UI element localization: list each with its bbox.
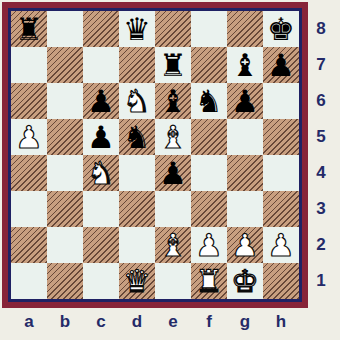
rank-labels: 87654321	[308, 11, 334, 299]
square-c5[interactable]: ♟	[83, 119, 119, 155]
piece-white-king[interactable]: ♚	[227, 263, 263, 299]
square-a7[interactable]	[11, 47, 47, 83]
square-f3[interactable]	[191, 191, 227, 227]
board-outer-frame: ♜♛♚♜♝♟♟♞♝♞♟♟♟♞♝♞♟♝♟♟♟♛♜♚	[2, 2, 308, 308]
square-d7[interactable]	[119, 47, 155, 83]
square-b4[interactable]	[47, 155, 83, 191]
square-e3[interactable]	[155, 191, 191, 227]
square-f6[interactable]: ♞	[191, 83, 227, 119]
square-c1[interactable]	[83, 263, 119, 299]
square-g4[interactable]	[227, 155, 263, 191]
square-e1[interactable]	[155, 263, 191, 299]
square-d2[interactable]	[119, 227, 155, 263]
square-d6[interactable]: ♞	[119, 83, 155, 119]
square-c3[interactable]	[83, 191, 119, 227]
file-label-c: c	[83, 308, 119, 336]
square-c2[interactable]	[83, 227, 119, 263]
square-f5[interactable]	[191, 119, 227, 155]
piece-white-pawn[interactable]: ♟	[263, 227, 299, 263]
piece-white-pawn[interactable]: ♟	[11, 119, 47, 155]
piece-white-pawn[interactable]: ♟	[227, 227, 263, 263]
square-d4[interactable]	[119, 155, 155, 191]
piece-white-bishop[interactable]: ♝	[155, 227, 191, 263]
piece-white-pawn[interactable]: ♟	[191, 227, 227, 263]
square-d3[interactable]	[119, 191, 155, 227]
square-f2[interactable]: ♟	[191, 227, 227, 263]
square-a2[interactable]	[11, 227, 47, 263]
square-f8[interactable]	[191, 11, 227, 47]
rank-label-8: 8	[308, 11, 334, 47]
square-c4[interactable]: ♞	[83, 155, 119, 191]
file-label-e: e	[155, 308, 191, 336]
square-d5[interactable]: ♞	[119, 119, 155, 155]
file-label-h: h	[263, 308, 299, 336]
piece-black-knight[interactable]: ♞	[191, 83, 227, 119]
square-e7[interactable]: ♜	[155, 47, 191, 83]
piece-black-king[interactable]: ♚	[263, 11, 299, 47]
square-g7[interactable]: ♝	[227, 47, 263, 83]
piece-black-pawn[interactable]: ♟	[155, 155, 191, 191]
square-c6[interactable]: ♟	[83, 83, 119, 119]
piece-white-knight[interactable]: ♞	[83, 155, 119, 191]
square-a5[interactable]: ♟	[11, 119, 47, 155]
square-a8[interactable]: ♜	[11, 11, 47, 47]
rank-label-5: 5	[308, 119, 334, 155]
square-b7[interactable]	[47, 47, 83, 83]
rank-label-4: 4	[308, 155, 334, 191]
rank-label-7: 7	[308, 47, 334, 83]
square-g6[interactable]: ♟	[227, 83, 263, 119]
piece-black-rook[interactable]: ♜	[155, 47, 191, 83]
square-d1[interactable]: ♛	[119, 263, 155, 299]
piece-white-bishop[interactable]: ♝	[155, 119, 191, 155]
square-c7[interactable]	[83, 47, 119, 83]
file-label-f: f	[191, 308, 227, 336]
rank-label-2: 2	[308, 227, 334, 263]
square-h3[interactable]	[263, 191, 299, 227]
square-g2[interactable]: ♟	[227, 227, 263, 263]
piece-white-knight[interactable]: ♞	[119, 83, 155, 119]
board-inner-frame: ♜♛♚♜♝♟♟♞♝♞♟♟♟♞♝♞♟♝♟♟♟♛♜♚	[8, 8, 302, 302]
piece-black-pawn[interactable]: ♟	[83, 83, 119, 119]
square-e8[interactable]	[155, 11, 191, 47]
square-h2[interactable]: ♟	[263, 227, 299, 263]
piece-white-rook[interactable]: ♜	[191, 263, 227, 299]
square-b2[interactable]	[47, 227, 83, 263]
chess-diagram: ♜♛♚♜♝♟♟♞♝♞♟♟♟♞♝♞♟♝♟♟♟♛♜♚ 87654321 abcdef…	[0, 0, 340, 340]
rank-label-6: 6	[308, 83, 334, 119]
square-h8[interactable]: ♚	[263, 11, 299, 47]
square-g5[interactable]	[227, 119, 263, 155]
square-e5[interactable]: ♝	[155, 119, 191, 155]
rank-label-3: 3	[308, 191, 334, 227]
square-h1[interactable]	[263, 263, 299, 299]
square-e4[interactable]: ♟	[155, 155, 191, 191]
square-e2[interactable]: ♝	[155, 227, 191, 263]
square-h6[interactable]	[263, 83, 299, 119]
piece-black-pawn[interactable]: ♟	[263, 47, 299, 83]
file-label-g: g	[227, 308, 263, 336]
square-g3[interactable]	[227, 191, 263, 227]
square-f7[interactable]	[191, 47, 227, 83]
square-f1[interactable]: ♜	[191, 263, 227, 299]
square-b1[interactable]	[47, 263, 83, 299]
piece-white-queen[interactable]: ♛	[119, 263, 155, 299]
square-b6[interactable]	[47, 83, 83, 119]
square-g1[interactable]: ♚	[227, 263, 263, 299]
file-label-a: a	[11, 308, 47, 336]
square-g8[interactable]	[227, 11, 263, 47]
square-b3[interactable]	[47, 191, 83, 227]
square-e6[interactable]: ♝	[155, 83, 191, 119]
piece-black-knight[interactable]: ♞	[119, 119, 155, 155]
file-label-b: b	[47, 308, 83, 336]
square-f4[interactable]	[191, 155, 227, 191]
piece-black-rook[interactable]: ♜	[11, 11, 47, 47]
piece-black-bishop[interactable]: ♝	[227, 47, 263, 83]
piece-black-pawn[interactable]: ♟	[83, 119, 119, 155]
square-d8[interactable]: ♛	[119, 11, 155, 47]
square-h4[interactable]	[263, 155, 299, 191]
square-h7[interactable]: ♟	[263, 47, 299, 83]
square-a1[interactable]	[11, 263, 47, 299]
file-label-d: d	[119, 308, 155, 336]
square-c8[interactable]	[83, 11, 119, 47]
piece-black-bishop[interactable]: ♝	[155, 83, 191, 119]
square-b8[interactable]	[47, 11, 83, 47]
square-a6[interactable]	[11, 83, 47, 119]
file-labels: abcdefgh	[11, 308, 299, 336]
chess-board: ♜♛♚♜♝♟♟♞♝♞♟♟♟♞♝♞♟♝♟♟♟♛♜♚	[11, 11, 299, 299]
square-b5[interactable]	[47, 119, 83, 155]
rank-label-1: 1	[308, 263, 334, 299]
square-a3[interactable]	[11, 191, 47, 227]
square-h5[interactable]	[263, 119, 299, 155]
square-a4[interactable]	[11, 155, 47, 191]
piece-black-queen[interactable]: ♛	[119, 11, 155, 47]
piece-black-pawn[interactable]: ♟	[227, 83, 263, 119]
